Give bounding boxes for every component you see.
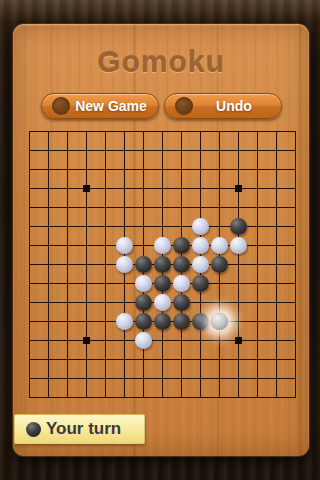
stone-bowl-icon xyxy=(52,97,70,115)
black-stone xyxy=(135,294,152,311)
black-stone xyxy=(230,218,247,235)
white-stone xyxy=(135,275,152,292)
stone-bowl-icon xyxy=(175,97,193,115)
black-stone xyxy=(192,313,209,330)
new-game-label: New Game xyxy=(70,98,152,114)
undo-button[interactable]: Undo xyxy=(164,93,282,119)
status-bar: Your turn xyxy=(14,414,145,444)
white-stone xyxy=(154,237,171,254)
white-stone xyxy=(154,294,171,311)
black-stone xyxy=(154,256,171,273)
black-stone-icon xyxy=(26,422,41,437)
black-stone xyxy=(192,275,209,292)
white-stone xyxy=(173,275,190,292)
black-stone xyxy=(211,256,228,273)
white-stone xyxy=(192,237,209,254)
white-stone xyxy=(135,332,152,349)
white-stone xyxy=(116,256,133,273)
black-stone xyxy=(173,256,190,273)
black-stone xyxy=(135,256,152,273)
game-panel: Gomoku New Game Undo Your turn xyxy=(12,23,310,457)
black-stone xyxy=(173,294,190,311)
undo-label: Undo xyxy=(193,98,275,114)
white-stone xyxy=(192,256,209,273)
white-stone xyxy=(230,237,247,254)
status-text: Your turn xyxy=(46,419,121,439)
white-stone xyxy=(211,237,228,254)
gomoku-board[interactable] xyxy=(20,122,305,407)
white-stone xyxy=(211,313,228,330)
board-stones xyxy=(20,122,305,407)
white-stone xyxy=(192,218,209,235)
page-title: Gomoku xyxy=(13,45,309,79)
black-stone xyxy=(154,313,171,330)
new-game-button[interactable]: New Game xyxy=(41,93,159,119)
black-stone xyxy=(154,275,171,292)
black-stone xyxy=(173,237,190,254)
white-stone xyxy=(116,313,133,330)
white-stone xyxy=(116,237,133,254)
black-stone xyxy=(173,313,190,330)
black-stone xyxy=(135,313,152,330)
